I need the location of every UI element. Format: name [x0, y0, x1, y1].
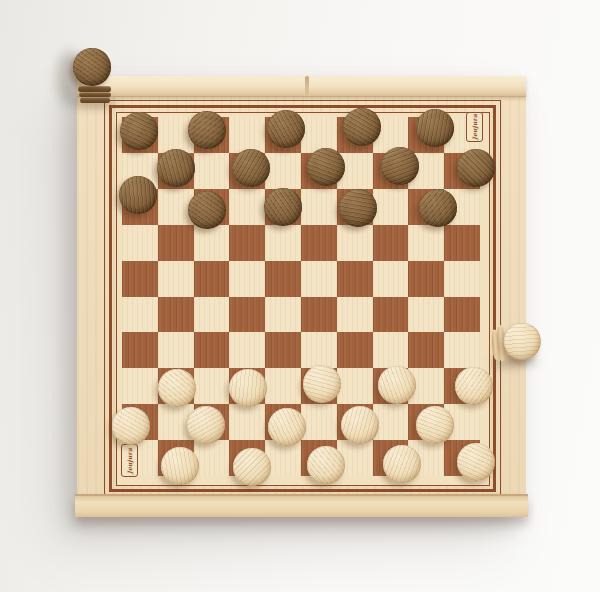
piece-light-sq40[interactable]: [455, 367, 493, 405]
square-r5c5[interactable]: [265, 261, 301, 297]
square-r5c10[interactable]: [444, 261, 480, 297]
square-r5c2[interactable]: [158, 261, 194, 297]
square-r5c7[interactable]: [337, 261, 373, 297]
square-r6c7[interactable]: [337, 297, 373, 333]
brand-stamp-top-right: Jeujura: [466, 112, 483, 142]
square-r7c8[interactable]: [373, 332, 409, 368]
square-r5c8[interactable]: [373, 261, 409, 297]
square-r3c8[interactable]: [373, 189, 409, 225]
brand-stamp-text: Jeujura: [472, 114, 478, 140]
square-r9c6[interactable]: [301, 404, 337, 440]
square-r7c2[interactable]: [158, 332, 194, 368]
box-top-rim: [77, 76, 526, 97]
piece-dark-sq5[interactable]: [416, 109, 454, 147]
light-piece-stack-offboard[interactable]: [488, 316, 549, 372]
square-r7c5[interactable]: [265, 332, 301, 368]
piece-dark-sq4[interactable]: [343, 108, 381, 146]
square-r7c1[interactable]: [122, 332, 158, 368]
square-r2c5[interactable]: [265, 153, 301, 189]
square-r8c5[interactable]: [265, 368, 301, 404]
piece-light-sq49[interactable]: [383, 445, 421, 483]
piece-dark-sq12[interactable]: [188, 191, 226, 229]
square-r5c9[interactable]: [408, 261, 444, 297]
square-r6c4[interactable]: [229, 297, 265, 333]
square-r6c3[interactable]: [194, 297, 230, 333]
square-r4c1[interactable]: [122, 225, 158, 261]
square-r5c3[interactable]: [194, 261, 230, 297]
square-r6c9[interactable]: [408, 297, 444, 333]
piece-dark-sq14[interactable]: [339, 189, 377, 227]
piece-light-sq44[interactable]: [341, 406, 379, 444]
piece-dark-sq11[interactable]: [119, 176, 157, 214]
square-r5c4[interactable]: [229, 261, 265, 297]
piece-light-sq43[interactable]: [268, 408, 306, 446]
piece-dark-sq13[interactable]: [264, 188, 302, 226]
square-r4c5[interactable]: [265, 225, 301, 261]
piece-light-sq50[interactable]: [457, 443, 495, 481]
square-r10c3[interactable]: [194, 440, 230, 476]
square-r6c10[interactable]: [444, 297, 480, 333]
square-r4c3[interactable]: [194, 225, 230, 261]
square-r8c1[interactable]: [122, 368, 158, 404]
stack-disc-edge: [78, 86, 111, 92]
stack-disc-edge: [80, 97, 110, 103]
square-r4c9[interactable]: [408, 225, 444, 261]
square-r1c6[interactable]: [301, 117, 337, 153]
square-r9c4[interactable]: [229, 404, 265, 440]
brand-stamp-text: Jeujura: [127, 447, 133, 473]
square-r6c6[interactable]: [301, 297, 337, 333]
square-r6c2[interactable]: [158, 297, 194, 333]
piece-dark-sq8[interactable]: [307, 148, 345, 186]
square-r4c7[interactable]: [337, 225, 373, 261]
box-bottom-rim: [75, 494, 528, 517]
photo-background: Jeujura Jeujura: [0, 0, 600, 592]
square-r8c7[interactable]: [337, 368, 373, 404]
piece-dark-sq9[interactable]: [381, 147, 419, 185]
square-r1c4[interactable]: [229, 117, 265, 153]
piece-light-sq47[interactable]: [233, 448, 271, 486]
square-r6c1[interactable]: [122, 297, 158, 333]
square-r6c5[interactable]: [265, 297, 301, 333]
square-r7c10[interactable]: [444, 332, 480, 368]
stack-disc-edge: [79, 92, 111, 98]
square-r7c9[interactable]: [408, 332, 444, 368]
square-r5c6[interactable]: [301, 261, 337, 297]
square-r3c6[interactable]: [301, 189, 337, 225]
square-r5c1[interactable]: [122, 261, 158, 297]
square-r4c6[interactable]: [301, 225, 337, 261]
brand-stamp-bottom-left: Jeujura: [121, 444, 138, 477]
square-r4c10[interactable]: [444, 225, 480, 261]
square-r2c3[interactable]: [194, 153, 230, 189]
square-r7c3[interactable]: [194, 332, 230, 368]
piece-dark-sq15[interactable]: [419, 189, 457, 227]
square-r8c3[interactable]: [194, 368, 230, 404]
square-r7c7[interactable]: [337, 332, 373, 368]
square-r7c4[interactable]: [229, 332, 265, 368]
piece-light-sq48[interactable]: [307, 446, 345, 484]
piece-dark-sq3[interactable]: [267, 110, 305, 148]
piece-light-sq45[interactable]: [416, 406, 454, 444]
stack-top-disc: [73, 48, 111, 86]
piece-dark-sq2[interactable]: [188, 111, 226, 149]
square-r4c2[interactable]: [158, 225, 194, 261]
square-r4c4[interactable]: [229, 225, 265, 261]
piece-dark-sq7[interactable]: [232, 149, 270, 187]
square-r3c4[interactable]: [229, 189, 265, 225]
dark-piece-stack-offboard[interactable]: [68, 42, 120, 108]
piece-light-sq38[interactable]: [303, 365, 341, 403]
square-r7c6[interactable]: [301, 332, 337, 368]
wood-knot: [305, 76, 309, 95]
piece-light-sq39[interactable]: [378, 366, 416, 404]
square-r4c8[interactable]: [373, 225, 409, 261]
piece-dark-sq6[interactable]: [157, 149, 195, 187]
square-r6c8[interactable]: [373, 297, 409, 333]
piece-dark-sq10[interactable]: [457, 149, 495, 187]
